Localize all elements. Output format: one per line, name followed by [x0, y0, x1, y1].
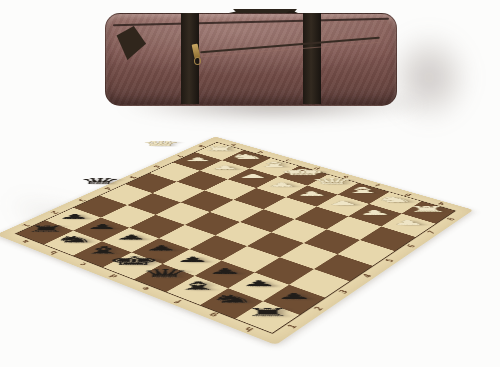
- piece-black-queen-extra: ♛: [78, 176, 121, 184]
- file-label-top-a: a: [230, 143, 238, 146]
- file-label-d: d: [107, 273, 118, 278]
- rank-label-left-6: 6: [152, 165, 161, 168]
- queen-glyph: ♛: [140, 141, 182, 147]
- rank-label-2: 2: [313, 306, 325, 312]
- rank-label-5: 5: [385, 258, 396, 263]
- file-label-top-b: b: [256, 151, 265, 154]
- rank-label-6: 6: [406, 244, 417, 249]
- file-label-top-h: h: [437, 202, 446, 206]
- rank-label-1: 1: [287, 323, 299, 329]
- file-label-c: c: [77, 262, 87, 267]
- rank-label-7: 7: [427, 230, 438, 234]
- file-label-e: e: [139, 286, 150, 291]
- file-label-top-c: c: [284, 159, 292, 162]
- product-photo-chess-set: aabbccddeeffgghh1122334455667788 ♜♞♝♚♛♝♞…: [0, 0, 500, 367]
- rank-label-4: 4: [362, 273, 373, 278]
- rank-label-left-8: 8: [197, 144, 206, 147]
- chessboard: aabbccddeeffgghh1122334455667788 ♜♞♝♚♛♝♞…: [0, 137, 473, 345]
- rank-label-left-4: 4: [103, 186, 113, 190]
- rank-label-left-5: 5: [128, 175, 137, 179]
- file-label-f: f: [173, 299, 183, 304]
- board-scene: aabbccddeeffgghh1122334455667788 ♜♞♝♚♛♝♞…: [0, 0, 500, 367]
- file-label-g: g: [207, 312, 219, 318]
- file-label-h: h: [243, 326, 255, 332]
- rank-label-8: 8: [446, 217, 456, 221]
- file-label-top-f: f: [373, 184, 380, 187]
- file-label-a: a: [20, 239, 31, 244]
- board-grid: [16, 143, 454, 333]
- rank-label-3: 3: [338, 289, 350, 294]
- rank-label-left-7: 7: [175, 154, 184, 157]
- file-label-b: b: [48, 250, 59, 255]
- piece-white-queen-extra: ♛: [141, 139, 180, 146]
- file-label-top-g: g: [404, 193, 413, 197]
- queen-glyph: ♛: [77, 178, 123, 185]
- file-label-top-e: e: [342, 175, 351, 179]
- file-label-top-d: d: [312, 167, 321, 171]
